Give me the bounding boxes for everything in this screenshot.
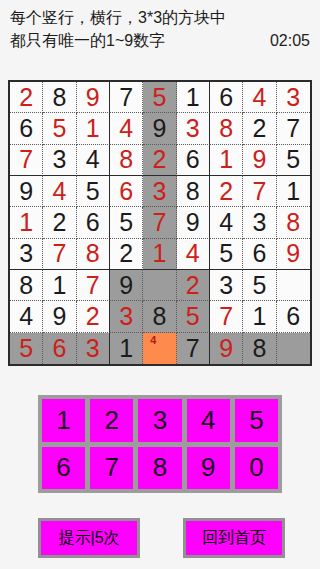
cell-r5c6[interactable]: 9 xyxy=(177,207,210,238)
cell-r5c4[interactable]: 5 xyxy=(110,207,143,238)
cell-r7c5[interactable] xyxy=(143,270,176,301)
numpad-key-2[interactable]: 2 xyxy=(90,399,133,442)
numpad-key-4[interactable]: 4 xyxy=(187,399,230,442)
cell-r6c8[interactable]: 6 xyxy=(243,239,276,270)
cell-r3c4[interactable]: 8 xyxy=(110,145,143,176)
cell-r3c9[interactable]: 5 xyxy=(277,145,310,176)
numpad-key-8[interactable]: 8 xyxy=(138,447,181,490)
cell-r5c9[interactable]: 8 xyxy=(277,207,310,238)
cell-r7c2[interactable]: 1 xyxy=(43,270,76,301)
cell-r7c8[interactable]: 5 xyxy=(243,270,276,301)
numpad-key-6[interactable]: 6 xyxy=(42,447,85,490)
cell-r4c4[interactable]: 6 xyxy=(110,176,143,207)
cell-r6c6[interactable]: 4 xyxy=(177,239,210,270)
cell-r3c8[interactable]: 9 xyxy=(243,145,276,176)
cell-r3c7[interactable]: 1 xyxy=(210,145,243,176)
cell-r5c1[interactable]: 1 xyxy=(10,207,43,238)
cell-r7c3[interactable]: 7 xyxy=(77,270,110,301)
hint-button[interactable]: 提示|5次 xyxy=(38,518,140,558)
cell-r6c7[interactable]: 5 xyxy=(210,239,243,270)
cell-r2c8[interactable]: 2 xyxy=(243,113,276,144)
cell-r8c8[interactable]: 1 xyxy=(243,301,276,332)
number-pad: 1 2 3 4 5 6 7 8 9 0 xyxy=(38,395,282,493)
cell-r9c1[interactable]: 5 xyxy=(10,333,43,364)
instructions-header: 每个竖行，横行，3*3的方块中 都只有唯一的1~9数字 02:05 xyxy=(10,6,310,52)
instruction-line-1: 每个竖行，横行，3*3的方块中 xyxy=(10,6,310,29)
cell-r4c7[interactable]: 2 xyxy=(210,176,243,207)
cell-r5c3[interactable]: 6 xyxy=(77,207,110,238)
cell-r9c2[interactable]: 6 xyxy=(43,333,76,364)
cell-r4c2[interactable]: 4 xyxy=(43,176,76,207)
cell-r6c9[interactable]: 9 xyxy=(277,239,310,270)
cell-r5c7[interactable]: 4 xyxy=(210,207,243,238)
cell-r2c1[interactable]: 6 xyxy=(10,113,43,144)
cell-r9c9[interactable] xyxy=(277,333,310,364)
cell-r9c4[interactable]: 1 xyxy=(110,333,143,364)
cell-r1c4[interactable]: 7 xyxy=(110,82,143,113)
cell-r9c7[interactable]: 9 xyxy=(210,333,243,364)
cell-r4c6[interactable]: 8 xyxy=(177,176,210,207)
cell-r2c6[interactable]: 3 xyxy=(177,113,210,144)
cell-r1c1[interactable]: 2 xyxy=(10,82,43,113)
numpad-key-9[interactable]: 9 xyxy=(187,447,230,490)
cell-r8c6[interactable]: 5 xyxy=(177,301,210,332)
numpad-key-7[interactable]: 7 xyxy=(90,447,133,490)
cell-r1c2[interactable]: 8 xyxy=(43,82,76,113)
cell-r4c3[interactable]: 5 xyxy=(77,176,110,207)
cell-r2c9[interactable]: 7 xyxy=(277,113,310,144)
cell-r1c6[interactable]: 1 xyxy=(177,82,210,113)
cell-r9c5[interactable]: 4 xyxy=(143,333,176,364)
cell-r6c1[interactable]: 3 xyxy=(10,239,43,270)
sudoku-board: 2897516436514938277348261959456382711265… xyxy=(8,80,312,366)
cell-r2c5[interactable]: 9 xyxy=(143,113,176,144)
pencil-mark: 4 xyxy=(150,335,156,346)
cell-r8c3[interactable]: 2 xyxy=(77,301,110,332)
cell-r3c1[interactable]: 7 xyxy=(10,145,43,176)
cell-r1c9[interactable]: 3 xyxy=(277,82,310,113)
cell-r1c3[interactable]: 9 xyxy=(77,82,110,113)
cell-r8c4[interactable]: 3 xyxy=(110,301,143,332)
cell-r2c2[interactable]: 5 xyxy=(43,113,76,144)
cell-r7c7[interactable]: 3 xyxy=(210,270,243,301)
cell-r4c8[interactable]: 7 xyxy=(243,176,276,207)
cell-r1c8[interactable]: 4 xyxy=(243,82,276,113)
cell-r3c3[interactable]: 4 xyxy=(77,145,110,176)
cell-r7c4[interactable]: 9 xyxy=(110,270,143,301)
cell-r6c4[interactable]: 2 xyxy=(110,239,143,270)
cell-r2c3[interactable]: 1 xyxy=(77,113,110,144)
cell-r4c1[interactable]: 9 xyxy=(10,176,43,207)
home-button[interactable]: 回到首页 xyxy=(183,518,285,558)
cell-r5c2[interactable]: 2 xyxy=(43,207,76,238)
cell-r9c8[interactable]: 8 xyxy=(243,333,276,364)
numpad-key-3[interactable]: 3 xyxy=(138,399,181,442)
cell-r1c7[interactable]: 6 xyxy=(210,82,243,113)
game-timer: 02:05 xyxy=(270,32,310,50)
cell-r3c6[interactable]: 6 xyxy=(177,145,210,176)
cell-r8c9[interactable]: 6 xyxy=(277,301,310,332)
cell-r8c5[interactable]: 8 xyxy=(143,301,176,332)
cell-r7c1[interactable]: 8 xyxy=(10,270,43,301)
cell-r4c9[interactable]: 1 xyxy=(277,176,310,207)
cell-r8c1[interactable]: 4 xyxy=(10,301,43,332)
cell-r4c5[interactable]: 3 xyxy=(143,176,176,207)
instruction-line-2: 都只有唯一的1~9数字 xyxy=(10,29,165,52)
cell-r6c2[interactable]: 7 xyxy=(43,239,76,270)
cell-r3c5[interactable]: 2 xyxy=(143,145,176,176)
cell-r6c3[interactable]: 8 xyxy=(77,239,110,270)
cell-r8c7[interactable]: 7 xyxy=(210,301,243,332)
cell-r9c3[interactable]: 3 xyxy=(77,333,110,364)
numpad-key-5[interactable]: 5 xyxy=(235,399,278,442)
cell-r2c4[interactable]: 4 xyxy=(110,113,143,144)
numpad-key-1[interactable]: 1 xyxy=(42,399,85,442)
cell-r3c2[interactable]: 3 xyxy=(43,145,76,176)
cell-r7c6[interactable]: 2 xyxy=(177,270,210,301)
cell-r2c7[interactable]: 8 xyxy=(210,113,243,144)
cell-r1c5[interactable]: 5 xyxy=(143,82,176,113)
cell-r8c2[interactable]: 9 xyxy=(43,301,76,332)
cell-r6c5[interactable]: 1 xyxy=(143,239,176,270)
numpad-key-0[interactable]: 0 xyxy=(235,447,278,490)
cell-r7c9[interactable] xyxy=(277,270,310,301)
cell-r5c8[interactable]: 3 xyxy=(243,207,276,238)
cell-r9c6[interactable]: 7 xyxy=(177,333,210,364)
cell-r5c5[interactable]: 7 xyxy=(143,207,176,238)
